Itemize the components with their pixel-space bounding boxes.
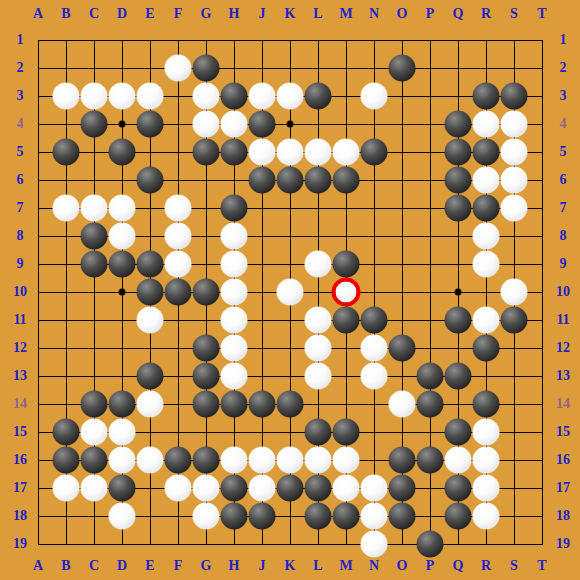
stone-white xyxy=(221,363,248,390)
stone-white xyxy=(501,195,528,222)
stone-black xyxy=(333,307,360,334)
stone-white xyxy=(193,503,220,530)
stone-black xyxy=(445,139,472,166)
stone-white xyxy=(473,419,500,446)
stone-white xyxy=(165,475,192,502)
column-label-top: O xyxy=(391,6,413,22)
stone-white xyxy=(501,111,528,138)
stone-black xyxy=(249,503,276,530)
column-label-bottom: S xyxy=(503,558,525,574)
stone-black xyxy=(473,139,500,166)
stone-white xyxy=(53,83,80,110)
column-label-bottom: E xyxy=(139,558,161,574)
stone-white xyxy=(137,307,164,334)
stone-white xyxy=(501,139,528,166)
stone-white xyxy=(333,447,360,474)
stone-white xyxy=(53,475,80,502)
row-label-left: 6 xyxy=(9,172,31,188)
stone-white xyxy=(361,335,388,362)
stone-black xyxy=(445,195,472,222)
stone-black xyxy=(249,167,276,194)
row-label-right: 19 xyxy=(552,536,574,552)
stone-black xyxy=(277,167,304,194)
stone-white xyxy=(221,111,248,138)
grid-line-horizontal xyxy=(38,348,543,349)
stone-white xyxy=(137,83,164,110)
stone-white xyxy=(361,503,388,530)
stone-black xyxy=(249,391,276,418)
stone-black xyxy=(361,307,388,334)
stone-white xyxy=(361,531,388,558)
stone-black xyxy=(389,335,416,362)
column-label-bottom: D xyxy=(111,558,133,574)
stone-white xyxy=(305,307,332,334)
stone-white xyxy=(109,503,136,530)
stone-black xyxy=(53,419,80,446)
stone-black xyxy=(81,251,108,278)
stone-black xyxy=(137,167,164,194)
column-label-top: G xyxy=(195,6,217,22)
stone-white xyxy=(473,475,500,502)
column-label-bottom: F xyxy=(167,558,189,574)
stone-white xyxy=(389,391,416,418)
row-label-right: 7 xyxy=(552,200,574,216)
stone-white xyxy=(109,447,136,474)
stone-white xyxy=(305,335,332,362)
stone-black xyxy=(193,55,220,82)
stone-black xyxy=(417,363,444,390)
stone-black xyxy=(445,111,472,138)
stone-white xyxy=(249,139,276,166)
column-label-bottom: O xyxy=(391,558,413,574)
stone-white xyxy=(473,167,500,194)
row-label-right: 16 xyxy=(552,452,574,468)
stone-black xyxy=(137,251,164,278)
row-label-right: 9 xyxy=(552,256,574,272)
row-label-right: 15 xyxy=(552,424,574,440)
stone-white xyxy=(81,475,108,502)
stone-black xyxy=(137,279,164,306)
stone-white xyxy=(165,223,192,250)
stone-black xyxy=(445,307,472,334)
row-label-right: 6 xyxy=(552,172,574,188)
stone-black xyxy=(221,195,248,222)
stone-white xyxy=(221,279,248,306)
row-label-left: 19 xyxy=(9,536,31,552)
column-label-bottom: L xyxy=(307,558,329,574)
column-label-bottom: J xyxy=(251,558,273,574)
stone-white xyxy=(277,83,304,110)
stone-black xyxy=(221,503,248,530)
stone-black xyxy=(81,447,108,474)
column-label-bottom: H xyxy=(223,558,245,574)
row-label-left: 5 xyxy=(9,144,31,160)
stone-black xyxy=(81,111,108,138)
stone-black xyxy=(501,307,528,334)
row-label-left: 4 xyxy=(9,116,31,132)
stone-black xyxy=(221,391,248,418)
row-label-right: 13 xyxy=(552,368,574,384)
stone-white-last-move xyxy=(332,278,361,307)
column-label-top: N xyxy=(363,6,385,22)
stone-black xyxy=(193,279,220,306)
stone-black xyxy=(249,111,276,138)
stone-white xyxy=(193,111,220,138)
stone-black xyxy=(417,531,444,558)
stone-black xyxy=(305,475,332,502)
hoshi-point xyxy=(119,289,126,296)
stone-white xyxy=(249,447,276,474)
column-label-top: D xyxy=(111,6,133,22)
column-label-bottom: G xyxy=(195,558,217,574)
stone-black xyxy=(305,419,332,446)
column-label-top: F xyxy=(167,6,189,22)
stone-white xyxy=(473,447,500,474)
row-label-left: 15 xyxy=(9,424,31,440)
stone-white xyxy=(305,363,332,390)
stone-white xyxy=(305,139,332,166)
stone-black xyxy=(81,391,108,418)
stone-black xyxy=(333,419,360,446)
row-label-left: 18 xyxy=(9,508,31,524)
column-label-top: R xyxy=(475,6,497,22)
stone-white xyxy=(473,307,500,334)
column-label-top: S xyxy=(503,6,525,22)
row-label-left: 3 xyxy=(9,88,31,104)
stone-black xyxy=(417,447,444,474)
stone-white xyxy=(165,195,192,222)
stone-black xyxy=(193,335,220,362)
row-label-left: 13 xyxy=(9,368,31,384)
column-label-bottom: A xyxy=(27,558,49,574)
stone-black xyxy=(361,139,388,166)
stone-black xyxy=(445,503,472,530)
stone-white xyxy=(221,307,248,334)
stone-white xyxy=(501,167,528,194)
stone-black xyxy=(277,391,304,418)
stone-white xyxy=(473,251,500,278)
stone-black xyxy=(193,139,220,166)
stone-black xyxy=(53,139,80,166)
stone-black xyxy=(277,475,304,502)
stone-black xyxy=(109,139,136,166)
hoshi-point xyxy=(287,121,294,128)
stone-black xyxy=(137,111,164,138)
stone-white xyxy=(109,419,136,446)
row-label-left: 16 xyxy=(9,452,31,468)
row-label-left: 14 xyxy=(9,396,31,412)
row-label-right: 2 xyxy=(552,60,574,76)
stone-white xyxy=(137,447,164,474)
column-label-top: P xyxy=(419,6,441,22)
stone-white xyxy=(81,419,108,446)
stone-black xyxy=(333,251,360,278)
row-label-right: 11 xyxy=(552,312,574,328)
stone-black xyxy=(445,363,472,390)
stone-black xyxy=(221,475,248,502)
stone-black xyxy=(221,139,248,166)
stone-black xyxy=(501,83,528,110)
stone-white xyxy=(277,139,304,166)
stone-white xyxy=(277,279,304,306)
stone-white xyxy=(361,475,388,502)
stone-black xyxy=(473,83,500,110)
row-label-right: 17 xyxy=(552,480,574,496)
stone-white xyxy=(109,195,136,222)
stone-white xyxy=(249,475,276,502)
stone-black xyxy=(389,475,416,502)
stone-white xyxy=(277,447,304,474)
stone-black xyxy=(473,335,500,362)
column-label-bottom: T xyxy=(531,558,553,574)
column-label-bottom: B xyxy=(55,558,77,574)
grid-line-vertical xyxy=(542,40,543,545)
stone-white xyxy=(165,55,192,82)
column-label-top: Q xyxy=(447,6,469,22)
stone-black xyxy=(445,167,472,194)
stone-white xyxy=(445,447,472,474)
column-label-top: A xyxy=(27,6,49,22)
column-label-top: L xyxy=(307,6,329,22)
stone-black xyxy=(165,279,192,306)
column-label-top: E xyxy=(139,6,161,22)
stone-black xyxy=(389,447,416,474)
row-label-left: 10 xyxy=(9,284,31,300)
column-label-bottom: R xyxy=(475,558,497,574)
row-label-right: 1 xyxy=(552,32,574,48)
go-board-screen: AABBCCDDEEFFGGHHJJKKLLMMNNOOPPQQRRSSTT11… xyxy=(0,0,580,580)
row-label-left: 7 xyxy=(9,200,31,216)
column-label-bottom: K xyxy=(279,558,301,574)
stone-white xyxy=(333,139,360,166)
stone-black xyxy=(305,503,332,530)
stone-black xyxy=(445,475,472,502)
column-label-top: B xyxy=(55,6,77,22)
row-label-left: 1 xyxy=(9,32,31,48)
stone-white xyxy=(473,503,500,530)
stone-white xyxy=(473,111,500,138)
stone-black xyxy=(305,83,332,110)
column-label-top: J xyxy=(251,6,273,22)
stone-white xyxy=(305,251,332,278)
column-label-top: T xyxy=(531,6,553,22)
row-label-right: 3 xyxy=(552,88,574,104)
stone-black xyxy=(81,223,108,250)
column-label-top: M xyxy=(335,6,357,22)
stone-black xyxy=(389,55,416,82)
row-label-right: 8 xyxy=(552,228,574,244)
row-label-left: 12 xyxy=(9,340,31,356)
stone-black xyxy=(165,447,192,474)
column-label-bottom: C xyxy=(83,558,105,574)
stone-black xyxy=(137,363,164,390)
stone-white xyxy=(137,391,164,418)
stone-black xyxy=(109,251,136,278)
stone-black xyxy=(109,391,136,418)
hoshi-point xyxy=(119,121,126,128)
column-label-bottom: M xyxy=(335,558,357,574)
stone-black xyxy=(193,447,220,474)
column-label-bottom: Q xyxy=(447,558,469,574)
stone-black xyxy=(109,475,136,502)
row-label-left: 11 xyxy=(9,312,31,328)
row-label-right: 18 xyxy=(552,508,574,524)
stone-black xyxy=(445,419,472,446)
column-label-top: H xyxy=(223,6,245,22)
stone-black xyxy=(53,447,80,474)
column-label-bottom: P xyxy=(419,558,441,574)
stone-white xyxy=(221,447,248,474)
row-label-right: 10 xyxy=(552,284,574,300)
stone-white xyxy=(109,83,136,110)
stone-black xyxy=(221,83,248,110)
grid-line-horizontal xyxy=(38,544,543,545)
column-label-top: K xyxy=(279,6,301,22)
stone-white xyxy=(165,251,192,278)
row-label-right: 4 xyxy=(552,116,574,132)
stone-white xyxy=(361,83,388,110)
row-label-right: 14 xyxy=(552,396,574,412)
stone-white xyxy=(221,335,248,362)
stone-white xyxy=(81,195,108,222)
stone-white xyxy=(193,475,220,502)
column-label-top: C xyxy=(83,6,105,22)
stone-black xyxy=(473,391,500,418)
stone-white xyxy=(361,363,388,390)
stone-white xyxy=(249,83,276,110)
stone-black xyxy=(193,391,220,418)
stone-black xyxy=(305,167,332,194)
stone-white xyxy=(81,83,108,110)
stone-white xyxy=(221,251,248,278)
stone-black xyxy=(333,503,360,530)
grid-line-vertical xyxy=(374,40,375,545)
hoshi-point xyxy=(455,289,462,296)
stone-white xyxy=(305,447,332,474)
stone-black xyxy=(473,195,500,222)
row-label-left: 17 xyxy=(9,480,31,496)
stone-black xyxy=(193,363,220,390)
stone-white xyxy=(53,195,80,222)
stone-white xyxy=(221,223,248,250)
stone-black xyxy=(333,167,360,194)
stone-black xyxy=(417,391,444,418)
row-label-right: 12 xyxy=(552,340,574,356)
row-label-left: 9 xyxy=(9,256,31,272)
stone-white xyxy=(109,223,136,250)
stone-white xyxy=(501,279,528,306)
stone-white xyxy=(473,223,500,250)
row-label-left: 8 xyxy=(9,228,31,244)
stone-white xyxy=(333,475,360,502)
stone-black xyxy=(389,503,416,530)
stone-white xyxy=(193,83,220,110)
row-label-left: 2 xyxy=(9,60,31,76)
column-label-bottom: N xyxy=(363,558,385,574)
row-label-right: 5 xyxy=(552,144,574,160)
